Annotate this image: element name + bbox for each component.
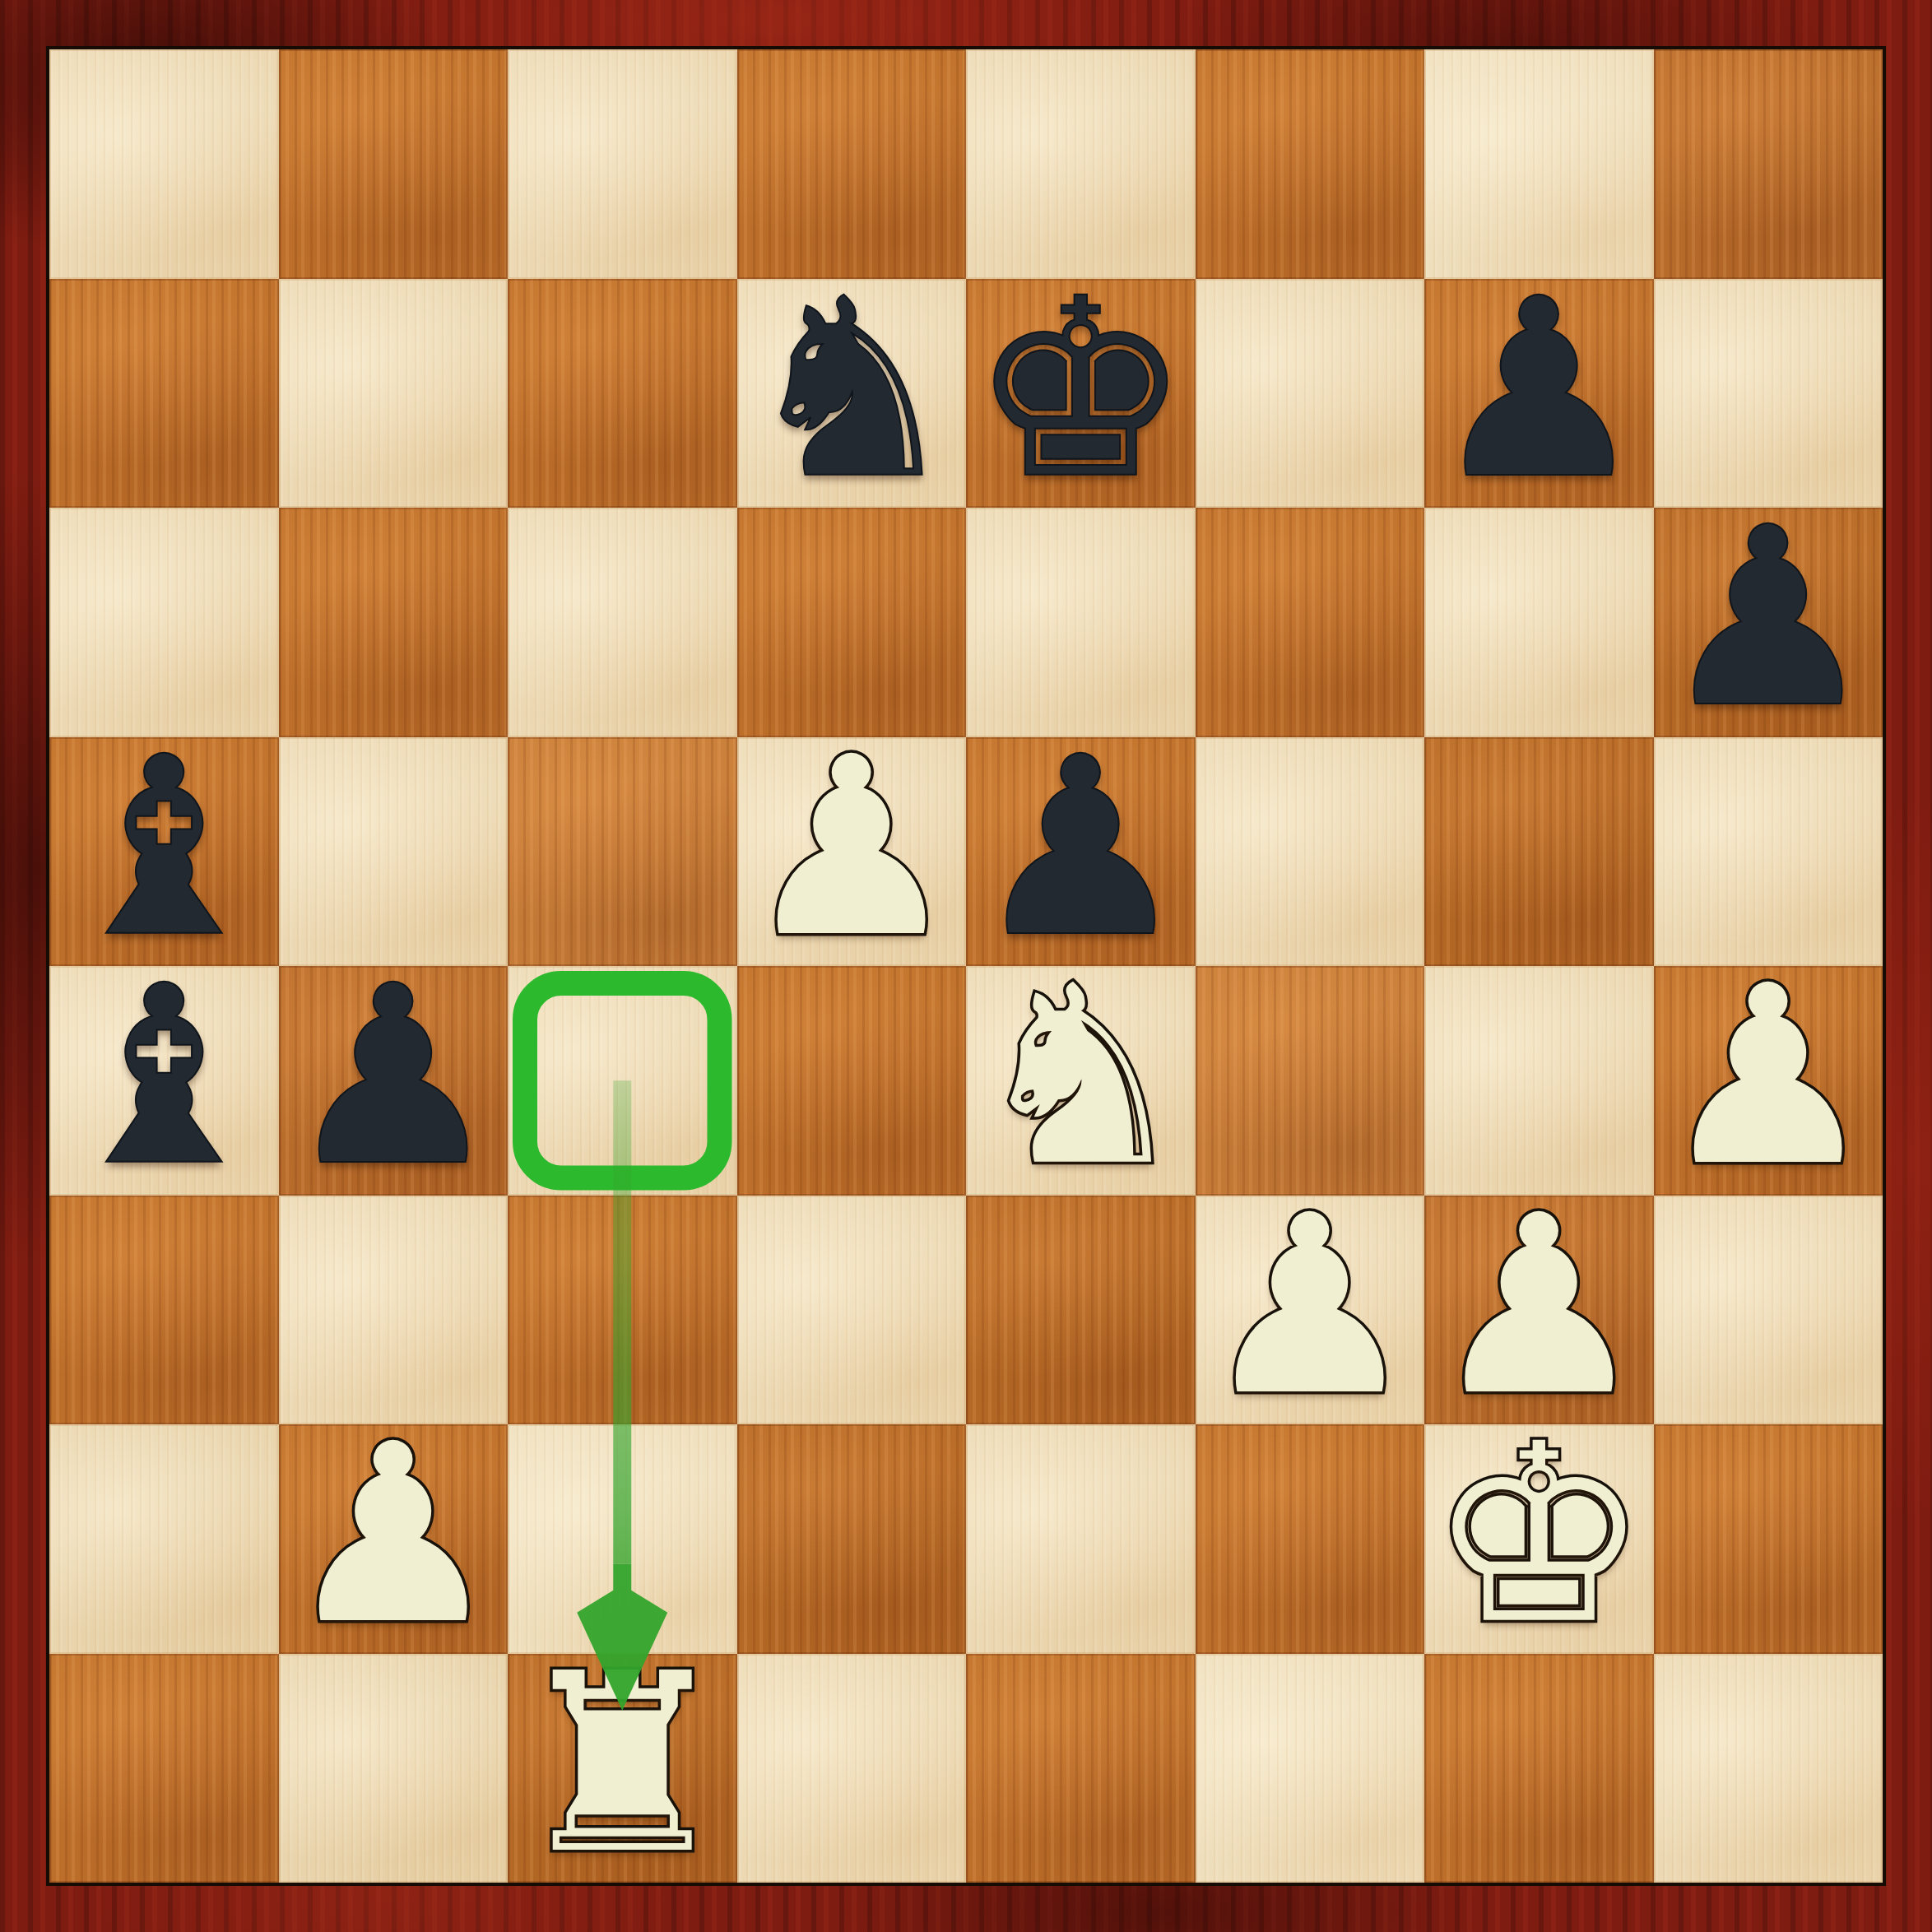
square-b4[interactable]: ♟ xyxy=(279,966,509,1196)
square-f7[interactable] xyxy=(1196,279,1425,509)
square-a3[interactable] xyxy=(49,1196,279,1425)
square-g7[interactable]: ♟ xyxy=(1424,279,1654,509)
square-h1[interactable] xyxy=(1654,1654,1883,1883)
piece-white-king-g2[interactable]: ♚ xyxy=(1428,1421,1650,1650)
square-g2[interactable]: ♚ xyxy=(1424,1424,1654,1654)
square-h5[interactable] xyxy=(1654,737,1883,967)
square-f3[interactable]: ♟ xyxy=(1196,1196,1425,1425)
square-h4[interactable]: ♟ xyxy=(1654,966,1883,1196)
piece-black-bishop-a4[interactable]: ♝ xyxy=(53,963,275,1191)
piece-black-pawn-e5[interactable]: ♟ xyxy=(970,734,1191,963)
square-g3[interactable]: ♟ xyxy=(1424,1196,1654,1425)
square-f8[interactable] xyxy=(1196,49,1425,279)
square-a8[interactable] xyxy=(49,49,279,279)
square-f4[interactable] xyxy=(1196,966,1425,1196)
piece-white-pawn-g3[interactable]: ♟ xyxy=(1428,1192,1650,1421)
square-f6[interactable] xyxy=(1196,508,1425,737)
square-c6[interactable] xyxy=(508,508,737,737)
piece-white-pawn-f3[interactable]: ♟ xyxy=(1199,1192,1420,1421)
square-d5[interactable]: ♟ xyxy=(737,737,967,967)
square-e8[interactable] xyxy=(966,49,1196,279)
square-e4[interactable]: ♞ xyxy=(966,966,1196,1196)
square-c1[interactable]: ♜ xyxy=(508,1654,737,1883)
square-g5[interactable] xyxy=(1424,737,1654,967)
square-c7[interactable] xyxy=(508,279,737,509)
square-f1[interactable] xyxy=(1196,1654,1425,1883)
square-e6[interactable] xyxy=(966,508,1196,737)
square-h2[interactable] xyxy=(1654,1424,1883,1654)
square-b8[interactable] xyxy=(279,49,509,279)
square-h7[interactable] xyxy=(1654,279,1883,509)
square-b5[interactable] xyxy=(279,737,509,967)
square-e7[interactable]: ♚ xyxy=(966,279,1196,509)
piece-white-pawn-h4[interactable]: ♟ xyxy=(1657,963,1879,1191)
piece-black-king-e7[interactable]: ♚ xyxy=(970,276,1191,504)
piece-white-rook-c1[interactable]: ♜ xyxy=(512,1651,733,1879)
square-d6[interactable] xyxy=(737,508,967,737)
board: ♞♚♟♟♝♟♟♝♟♞♟♟♟♟♚♜ xyxy=(46,46,1886,1886)
piece-black-pawn-b4[interactable]: ♟ xyxy=(282,963,504,1191)
square-b2[interactable]: ♟ xyxy=(279,1424,509,1654)
square-d8[interactable] xyxy=(737,49,967,279)
square-c4[interactable] xyxy=(508,966,737,1196)
square-h6[interactable]: ♟ xyxy=(1654,508,1883,737)
square-a2[interactable] xyxy=(49,1424,279,1654)
piece-black-bishop-a5[interactable]: ♝ xyxy=(53,734,275,963)
square-b3[interactable] xyxy=(279,1196,509,1425)
square-c5[interactable] xyxy=(508,737,737,967)
square-g6[interactable] xyxy=(1424,508,1654,737)
square-b1[interactable] xyxy=(279,1654,509,1883)
square-c2[interactable] xyxy=(508,1424,737,1654)
piece-black-knight-d7[interactable]: ♞ xyxy=(741,276,962,504)
square-h8[interactable] xyxy=(1654,49,1883,279)
square-e1[interactable] xyxy=(966,1654,1196,1883)
piece-black-pawn-g7[interactable]: ♟ xyxy=(1428,276,1650,504)
square-d7[interactable]: ♞ xyxy=(737,279,967,509)
piece-black-pawn-h6[interactable]: ♟ xyxy=(1657,504,1879,733)
square-c8[interactable] xyxy=(508,49,737,279)
square-a4[interactable]: ♝ xyxy=(49,966,279,1196)
square-d3[interactable] xyxy=(737,1196,967,1425)
square-g4[interactable] xyxy=(1424,966,1654,1196)
square-f5[interactable] xyxy=(1196,737,1425,967)
square-f2[interactable] xyxy=(1196,1424,1425,1654)
square-b7[interactable] xyxy=(279,279,509,509)
square-g1[interactable] xyxy=(1424,1654,1654,1883)
square-e3[interactable] xyxy=(966,1196,1196,1425)
square-e5[interactable]: ♟ xyxy=(966,737,1196,967)
square-d2[interactable] xyxy=(737,1424,967,1654)
square-a6[interactable] xyxy=(49,508,279,737)
square-h3[interactable] xyxy=(1654,1196,1883,1425)
square-g8[interactable] xyxy=(1424,49,1654,279)
piece-white-knight-e4[interactable]: ♞ xyxy=(970,963,1191,1191)
square-c3[interactable] xyxy=(508,1196,737,1425)
square-a5[interactable]: ♝ xyxy=(49,737,279,967)
square-e2[interactable] xyxy=(966,1424,1196,1654)
piece-white-pawn-b2[interactable]: ♟ xyxy=(282,1421,504,1650)
piece-white-pawn-d5[interactable]: ♟ xyxy=(741,734,962,963)
square-b6[interactable] xyxy=(279,508,509,737)
square-d4[interactable] xyxy=(737,966,967,1196)
square-a1[interactable] xyxy=(49,1654,279,1883)
square-d1[interactable] xyxy=(737,1654,967,1883)
square-a7[interactable] xyxy=(49,279,279,509)
